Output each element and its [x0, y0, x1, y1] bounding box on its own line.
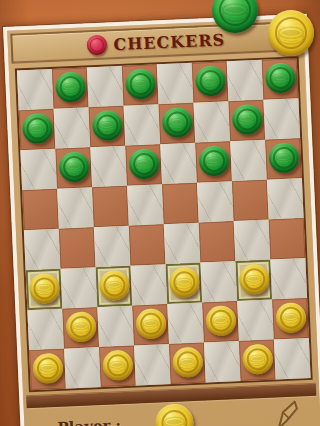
player-label: Player :	[57, 416, 121, 426]
square-a7[interactable]: ⛂	[19, 109, 56, 150]
square-h6[interactable]: ⛂	[265, 138, 302, 179]
yellow-checker-piece[interactable]: ⛂	[32, 353, 63, 384]
square-c8[interactable]	[87, 66, 124, 107]
checker-glyph: ⛂	[21, 113, 52, 144]
yellow-checker-piece[interactable]: ⛂	[135, 308, 166, 339]
square-d7[interactable]	[124, 104, 161, 145]
square-e6[interactable]	[160, 143, 197, 184]
green-checker-piece[interactable]: ⛂	[264, 62, 295, 93]
yellow-checker-piece[interactable]: ⛂	[102, 350, 133, 381]
square-b6[interactable]: ⛂	[55, 147, 92, 188]
board: ⛂⛂⛂⛂⛂⛂⛂⛂⛂⛂⛂⛂⛂⛂⛂⛂⛂⛂⛂⛂⛂⛂⛂⛂	[15, 56, 313, 392]
square-d1[interactable]	[134, 344, 171, 385]
yellow-checker-piece[interactable]: ⛂	[65, 311, 96, 342]
checker-glyph: ⛂	[264, 62, 295, 93]
checker-glyph: ⛂	[231, 104, 262, 135]
green-checker-piece[interactable]: ⛂	[161, 107, 192, 138]
square-g4[interactable]	[234, 220, 271, 261]
square-e2[interactable]	[167, 303, 204, 344]
square-e7[interactable]: ⛂	[159, 103, 196, 144]
square-g6[interactable]	[230, 140, 267, 181]
square-b8[interactable]: ⛂	[52, 67, 89, 108]
yellow-checker-piece[interactable]: ⛂	[238, 264, 269, 295]
yellow-checker-piece[interactable]: ⛂	[98, 270, 129, 301]
square-f3[interactable]	[200, 261, 237, 302]
yellow-checker-piece[interactable]: ⛂	[28, 273, 59, 304]
square-a3[interactable]: ⛂	[26, 269, 63, 310]
checker-glyph: ⛂	[198, 145, 229, 176]
green-checker-piece[interactable]: ⛂	[21, 113, 52, 144]
checker-glyph: ⛂	[275, 302, 306, 333]
square-f4[interactable]	[199, 221, 236, 262]
square-d5[interactable]	[127, 184, 164, 225]
square-c1[interactable]: ⛂	[99, 346, 136, 387]
checker-glyph: ⛂	[32, 353, 63, 384]
square-f8[interactable]: ⛂	[192, 61, 229, 102]
square-c3[interactable]: ⛂	[96, 266, 133, 307]
square-a8[interactable]	[17, 69, 54, 110]
checker-glyph: ⛂	[65, 311, 96, 342]
square-h8[interactable]: ⛂	[262, 58, 299, 99]
green-checker-piece[interactable]: ⛂	[198, 145, 229, 176]
square-a4[interactable]	[24, 229, 61, 270]
checker-glyph: ⛂	[124, 68, 155, 99]
green-checker-piece[interactable]: ⛂	[128, 148, 159, 179]
square-g7[interactable]: ⛂	[228, 100, 265, 141]
square-f5[interactable]	[197, 181, 234, 222]
checker-glyph: ⛂	[55, 71, 86, 102]
app-title: CHECKERS	[113, 30, 225, 54]
checker-glyph: ⛂	[212, 0, 258, 33]
square-b4[interactable]	[59, 227, 96, 268]
square-a6[interactable]	[20, 149, 57, 190]
checker-glyph: ⛂	[102, 350, 133, 381]
square-h5[interactable]	[267, 178, 304, 219]
square-b1[interactable]	[64, 347, 101, 388]
pencil-icon[interactable]	[275, 398, 300, 426]
square-f6[interactable]: ⛂	[195, 141, 232, 182]
square-a2[interactable]	[27, 309, 64, 350]
decor-yellow-piece: ⛂	[268, 10, 314, 56]
red-checker-icon	[86, 35, 107, 56]
square-e5[interactable]	[162, 183, 199, 224]
square-g5[interactable]	[232, 180, 269, 221]
checker-glyph: ⛂	[135, 308, 166, 339]
square-f2[interactable]: ⛂	[202, 301, 239, 342]
checker-glyph: ⛂	[98, 270, 129, 301]
square-c5[interactable]	[92, 186, 129, 227]
square-d2[interactable]: ⛂	[132, 304, 169, 345]
yellow-checker-piece[interactable]: ⛂	[172, 347, 203, 378]
square-e3[interactable]: ⛂	[165, 263, 202, 304]
green-checker-piece[interactable]: ⛂	[91, 110, 122, 141]
green-checker-piece[interactable]: ⛂	[124, 68, 155, 99]
square-c2[interactable]	[97, 306, 134, 347]
checker-glyph: ⛂	[28, 273, 59, 304]
decor-green-piece: ⛂	[212, 0, 258, 33]
app-background: CHECKERS ⛂⛂⛂⛂⛂⛂⛂⛂⛂⛂⛂⛂⛂⛂⛂⛂⛂⛂⛂⛂⛂⛂⛂⛂ Player…	[0, 0, 320, 426]
green-checker-piece[interactable]: ⛂	[55, 71, 86, 102]
square-a5[interactable]	[22, 189, 59, 230]
square-g8[interactable]	[227, 60, 264, 101]
square-c6[interactable]	[90, 146, 127, 187]
checker-glyph: ⛂	[238, 264, 269, 295]
square-h4[interactable]	[269, 218, 306, 259]
checker-glyph: ⛂	[194, 65, 225, 96]
square-a1[interactable]: ⛂	[29, 349, 66, 390]
checker-glyph: ⛂	[155, 403, 195, 426]
square-b7[interactable]	[54, 107, 91, 148]
yellow-checker-piece[interactable]: ⛂	[168, 267, 199, 298]
square-d4[interactable]	[129, 224, 166, 265]
square-c4[interactable]	[94, 226, 131, 267]
square-b5[interactable]	[57, 187, 94, 228]
square-c7[interactable]: ⛂	[89, 106, 126, 147]
square-h1[interactable]	[274, 338, 311, 379]
checker-glyph: ⛂	[168, 267, 199, 298]
square-d6[interactable]: ⛂	[125, 144, 162, 185]
square-g1[interactable]: ⛂	[239, 339, 276, 380]
checker-glyph: ⛂	[172, 347, 203, 378]
yellow-checker-piece[interactable]: ⛂	[205, 305, 236, 336]
square-b3[interactable]	[61, 267, 98, 308]
turn-indicator-yellow-piece: ⛂	[155, 403, 195, 426]
green-checker-piece[interactable]: ⛂	[58, 151, 89, 182]
square-h7[interactable]	[263, 98, 300, 139]
square-e8[interactable]	[157, 63, 194, 104]
square-f7[interactable]	[193, 101, 230, 142]
checker-glyph: ⛂	[268, 10, 314, 56]
checker-glyph: ⛂	[242, 344, 273, 375]
square-h2[interactable]: ⛂	[272, 298, 309, 339]
square-d3[interactable]	[131, 264, 168, 305]
yellow-checker-piece[interactable]: ⛂	[242, 344, 273, 375]
square-e4[interactable]	[164, 223, 201, 264]
checker-glyph: ⛂	[128, 148, 159, 179]
checker-glyph: ⛂	[161, 107, 192, 138]
square-h3[interactable]	[270, 258, 307, 299]
square-b2[interactable]: ⛂	[62, 307, 99, 348]
checker-glyph: ⛂	[205, 305, 236, 336]
square-g2[interactable]	[237, 300, 274, 341]
square-f1[interactable]	[204, 341, 241, 382]
checker-glyph: ⛂	[58, 151, 89, 182]
square-g3[interactable]: ⛂	[235, 260, 272, 301]
yellow-checker-piece[interactable]: ⛂	[275, 302, 306, 333]
green-checker-piece[interactable]: ⛂	[268, 142, 299, 173]
checker-glyph: ⛂	[91, 110, 122, 141]
green-checker-piece[interactable]: ⛂	[194, 65, 225, 96]
square-d8[interactable]: ⛂	[122, 64, 159, 105]
square-e1[interactable]: ⛂	[169, 343, 206, 384]
game-panel: CHECKERS ⛂⛂⛂⛂⛂⛂⛂⛂⛂⛂⛂⛂⛂⛂⛂⛂⛂⛂⛂⛂⛂⛂⛂⛂ Player…	[3, 14, 320, 426]
checker-glyph: ⛂	[268, 142, 299, 173]
green-checker-piece[interactable]: ⛂	[231, 104, 262, 135]
